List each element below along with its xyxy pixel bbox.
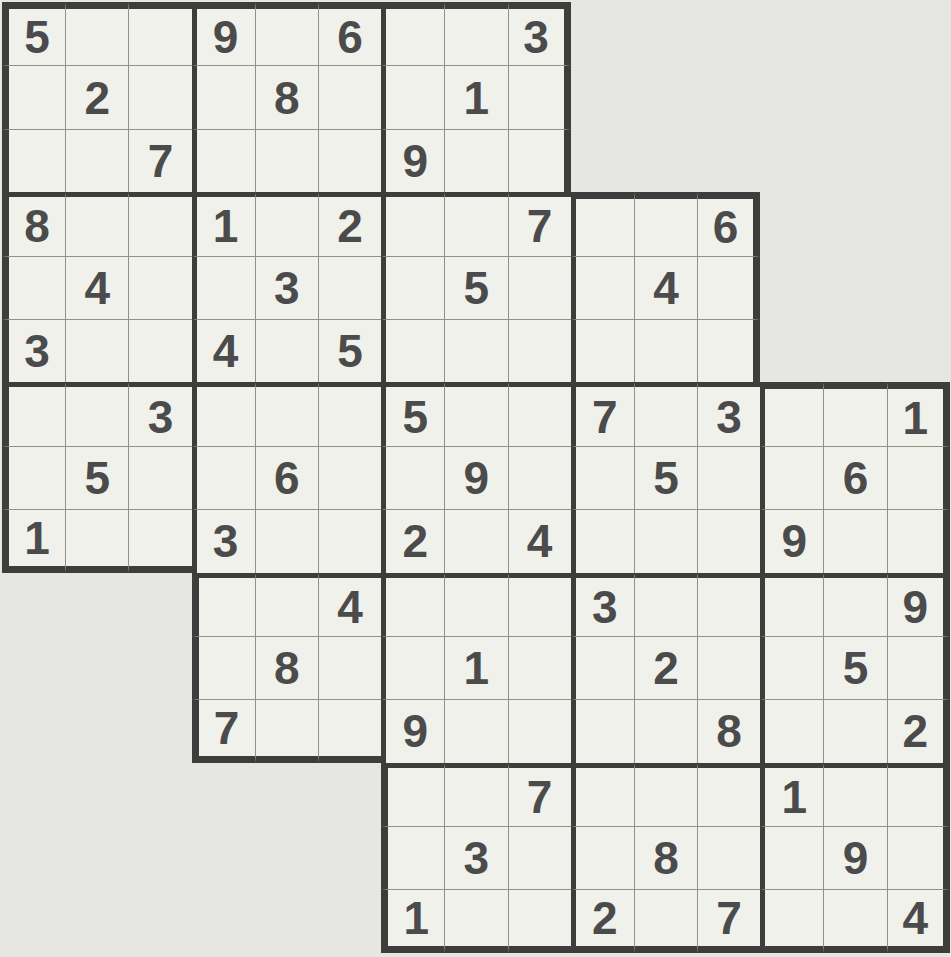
cell-r3c7[interactable] [444, 192, 507, 255]
cell-r0c2[interactable] [128, 2, 191, 65]
cell-r3c9[interactable] [571, 192, 634, 255]
cell-r0c5: 6 [318, 2, 381, 65]
cell-r14c9: 2 [571, 889, 634, 952]
cell-r3c3: 1 [192, 192, 255, 255]
background-cell [65, 699, 128, 762]
cell-r5c11[interactable] [697, 319, 760, 382]
cell-r8c10[interactable] [634, 509, 697, 572]
cell-r7c5[interactable] [318, 446, 381, 509]
background-cell [128, 763, 191, 826]
cell-r12c10[interactable] [634, 763, 697, 826]
background-cell [634, 65, 697, 128]
cell-r4c0[interactable] [2, 256, 65, 319]
cell-r3c8: 7 [508, 192, 571, 255]
background-cell [634, 2, 697, 65]
cell-r9c11[interactable] [697, 573, 760, 636]
cell-r5c9[interactable] [571, 319, 634, 382]
cell-r14c14: 4 [887, 889, 950, 952]
background-cell [887, 192, 950, 255]
cell-r11c12[interactable] [760, 699, 823, 762]
background-cell [571, 129, 634, 192]
cell-r9c3[interactable] [192, 573, 255, 636]
background-cell [65, 763, 128, 826]
cell-r13c13: 9 [823, 826, 886, 889]
cell-r7c1: 5 [65, 446, 128, 509]
cell-r14c12[interactable] [760, 889, 823, 952]
background-cell [318, 763, 381, 826]
cell-r10c4: 8 [255, 636, 318, 699]
cell-r3c5: 2 [318, 192, 381, 255]
cell-r0c0: 5 [2, 2, 65, 65]
cell-r9c8[interactable] [508, 573, 571, 636]
cell-r4c11[interactable] [697, 256, 760, 319]
cell-r5c8[interactable] [508, 319, 571, 382]
cell-r10c12[interactable] [760, 636, 823, 699]
background-cell [760, 256, 823, 319]
background-cell [255, 826, 318, 889]
cell-r6c4[interactable] [255, 382, 318, 445]
cell-r6c6: 5 [381, 382, 444, 445]
cell-r7c12[interactable] [760, 446, 823, 509]
cell-r1c0[interactable] [2, 65, 65, 128]
cell-r7c6[interactable] [381, 446, 444, 509]
cell-r6c2: 3 [128, 382, 191, 445]
cell-r10c13: 5 [823, 636, 886, 699]
cell-r3c6[interactable] [381, 192, 444, 255]
cell-r5c2[interactable] [128, 319, 191, 382]
background-cell [887, 319, 950, 382]
cell-r7c10: 5 [634, 446, 697, 509]
cell-r13c7: 3 [444, 826, 507, 889]
cell-r7c11[interactable] [697, 446, 760, 509]
cell-r9c14: 9 [887, 573, 950, 636]
cell-r5c1[interactable] [65, 319, 128, 382]
cell-r6c14: 1 [887, 382, 950, 445]
background-cell [887, 129, 950, 192]
cell-r7c8[interactable] [508, 446, 571, 509]
cell-r11c7[interactable] [444, 699, 507, 762]
background-cell [128, 889, 191, 952]
cell-r4c3[interactable] [192, 256, 255, 319]
cell-r11c3: 7 [192, 699, 255, 762]
cell-r0c7[interactable] [444, 2, 507, 65]
cell-r8c6: 2 [381, 509, 444, 572]
background-cell [760, 129, 823, 192]
cell-r8c9[interactable] [571, 509, 634, 572]
cell-r9c4[interactable] [255, 573, 318, 636]
background-cell [571, 2, 634, 65]
cell-r10c10: 2 [634, 636, 697, 699]
cell-r12c8: 7 [508, 763, 571, 826]
cell-r13c14[interactable] [887, 826, 950, 889]
background-cell [2, 699, 65, 762]
cell-r9c12[interactable] [760, 573, 823, 636]
cell-r6c11: 3 [697, 382, 760, 445]
cell-r4c7: 5 [444, 256, 507, 319]
cell-r13c6[interactable] [381, 826, 444, 889]
background-cell [318, 826, 381, 889]
cell-r13c8[interactable] [508, 826, 571, 889]
cell-r13c11[interactable] [697, 826, 760, 889]
cell-r6c5[interactable] [318, 382, 381, 445]
background-cell [255, 889, 318, 952]
background-cell [760, 65, 823, 128]
cell-r11c14: 2 [887, 699, 950, 762]
cell-r6c1[interactable] [65, 382, 128, 445]
background-cell [65, 826, 128, 889]
cell-r3c0: 8 [2, 192, 65, 255]
cell-r10c9[interactable] [571, 636, 634, 699]
cell-r14c13[interactable] [823, 889, 886, 952]
background-cell [823, 129, 886, 192]
cell-r9c13[interactable] [823, 573, 886, 636]
cell-r0c1[interactable] [65, 2, 128, 65]
cell-r2c6: 9 [381, 129, 444, 192]
cell-r9c9: 3 [571, 573, 634, 636]
cell-r12c14[interactable] [887, 763, 950, 826]
cell-r7c2[interactable] [128, 446, 191, 509]
cell-r1c7: 1 [444, 65, 507, 128]
sudoku-board: 5963281798127643543453573156956132494398… [2, 2, 950, 953]
cell-r8c13[interactable] [823, 509, 886, 572]
cell-r8c8: 4 [508, 509, 571, 572]
cell-r8c0: 1 [2, 509, 65, 572]
background-cell [760, 192, 823, 255]
cell-r5c5: 5 [318, 319, 381, 382]
cell-r2c8[interactable] [508, 129, 571, 192]
cell-r4c10: 4 [634, 256, 697, 319]
cell-r6c7[interactable] [444, 382, 507, 445]
cell-r7c14[interactable] [887, 446, 950, 509]
cell-r14c8[interactable] [508, 889, 571, 952]
cell-r7c0[interactable] [2, 446, 65, 509]
cell-r1c4: 8 [255, 65, 318, 128]
background-cell [823, 192, 886, 255]
cell-r1c1: 2 [65, 65, 128, 128]
cell-r3c1[interactable] [65, 192, 128, 255]
cell-r9c5: 4 [318, 573, 381, 636]
cell-r8c12: 9 [760, 509, 823, 572]
cell-r1c2[interactable] [128, 65, 191, 128]
cell-r4c5[interactable] [318, 256, 381, 319]
cell-r2c1[interactable] [65, 129, 128, 192]
cell-r8c7[interactable] [444, 509, 507, 572]
background-cell [887, 2, 950, 65]
cell-r7c9[interactable] [571, 446, 634, 509]
background-cell [192, 889, 255, 952]
cell-r14c11: 7 [697, 889, 760, 952]
cell-r4c1: 4 [65, 256, 128, 319]
cell-r10c6[interactable] [381, 636, 444, 699]
background-cell [2, 573, 65, 636]
background-cell [2, 826, 65, 889]
background-cell [697, 65, 760, 128]
background-cell [192, 763, 255, 826]
cell-r11c13[interactable] [823, 699, 886, 762]
cell-r8c3: 3 [192, 509, 255, 572]
cell-r8c14[interactable] [887, 509, 950, 572]
cell-r10c14[interactable] [887, 636, 950, 699]
cell-r6c9: 7 [571, 382, 634, 445]
cell-r11c5[interactable] [318, 699, 381, 762]
cell-r2c3[interactable] [192, 129, 255, 192]
background-cell [823, 256, 886, 319]
background-cell [2, 763, 65, 826]
cell-r2c5[interactable] [318, 129, 381, 192]
cell-r14c10[interactable] [634, 889, 697, 952]
cell-r2c4[interactable] [255, 129, 318, 192]
background-cell [128, 826, 191, 889]
cell-r0c6[interactable] [381, 2, 444, 65]
cell-r4c9[interactable] [571, 256, 634, 319]
cell-r1c3[interactable] [192, 65, 255, 128]
cell-r12c9[interactable] [571, 763, 634, 826]
background-cell [128, 699, 191, 762]
cell-r4c6[interactable] [381, 256, 444, 319]
cell-r10c5[interactable] [318, 636, 381, 699]
background-cell [128, 636, 191, 699]
background-cell [255, 763, 318, 826]
cell-r6c3[interactable] [192, 382, 255, 445]
cell-r7c4: 6 [255, 446, 318, 509]
cell-r10c3[interactable] [192, 636, 255, 699]
cell-r13c10: 8 [634, 826, 697, 889]
cell-r4c2[interactable] [128, 256, 191, 319]
cell-r5c4[interactable] [255, 319, 318, 382]
background-cell [318, 889, 381, 952]
cell-r3c2[interactable] [128, 192, 191, 255]
background-cell [128, 573, 191, 636]
cell-r13c9[interactable] [571, 826, 634, 889]
cell-r4c4: 3 [255, 256, 318, 319]
cell-r6c0[interactable] [2, 382, 65, 445]
cell-r8c1[interactable] [65, 509, 128, 572]
background-cell [65, 889, 128, 952]
cell-r4c8[interactable] [508, 256, 571, 319]
cell-r6c10[interactable] [634, 382, 697, 445]
cell-r12c11[interactable] [697, 763, 760, 826]
cell-r0c3: 9 [192, 2, 255, 65]
cell-r5c6[interactable] [381, 319, 444, 382]
cell-r12c7[interactable] [444, 763, 507, 826]
cell-r8c2[interactable] [128, 509, 191, 572]
cell-r2c2: 7 [128, 129, 191, 192]
cell-r0c4[interactable] [255, 2, 318, 65]
background-cell [634, 129, 697, 192]
cell-r6c13[interactable] [823, 382, 886, 445]
cell-r11c4[interactable] [255, 699, 318, 762]
cell-r5c0: 3 [2, 319, 65, 382]
cell-r10c7: 1 [444, 636, 507, 699]
background-cell [760, 319, 823, 382]
scanned-puzzle-page: 5963281798127643543453573156956132494398… [0, 0, 951, 957]
background-cell [2, 889, 65, 952]
background-cell [823, 2, 886, 65]
cell-r6c8[interactable] [508, 382, 571, 445]
cell-r7c7: 9 [444, 446, 507, 509]
cell-r10c8[interactable] [508, 636, 571, 699]
cell-r3c4[interactable] [255, 192, 318, 255]
cell-r14c7[interactable] [444, 889, 507, 952]
cell-r1c8[interactable] [508, 65, 571, 128]
background-cell [887, 256, 950, 319]
cell-r12c13[interactable] [823, 763, 886, 826]
cell-r7c13: 6 [823, 446, 886, 509]
cell-r1c5[interactable] [318, 65, 381, 128]
cell-r11c9[interactable] [571, 699, 634, 762]
cell-r11c8[interactable] [508, 699, 571, 762]
cell-r5c10[interactable] [634, 319, 697, 382]
cell-r9c7[interactable] [444, 573, 507, 636]
cell-r11c6: 9 [381, 699, 444, 762]
cell-r5c3: 4 [192, 319, 255, 382]
cell-r13c12[interactable] [760, 826, 823, 889]
background-cell [571, 65, 634, 128]
cell-r2c0[interactable] [2, 129, 65, 192]
cell-r11c10[interactable] [634, 699, 697, 762]
cell-r6c12[interactable] [760, 382, 823, 445]
cell-r8c4[interactable] [255, 509, 318, 572]
cell-r8c11[interactable] [697, 509, 760, 572]
cell-r1c6[interactable] [381, 65, 444, 128]
cell-r3c10[interactable] [634, 192, 697, 255]
background-cell [697, 129, 760, 192]
background-cell [760, 2, 823, 65]
cell-r7c3[interactable] [192, 446, 255, 509]
background-cell [823, 65, 886, 128]
cell-r3c11: 6 [697, 192, 760, 255]
background-cell [823, 319, 886, 382]
background-cell [697, 2, 760, 65]
cell-r9c10[interactable] [634, 573, 697, 636]
background-cell [65, 573, 128, 636]
cell-r12c12: 1 [760, 763, 823, 826]
background-cell [192, 826, 255, 889]
cell-r11c11: 8 [697, 699, 760, 762]
cell-r9c6[interactable] [381, 573, 444, 636]
cell-r10c11[interactable] [697, 636, 760, 699]
cell-r12c6[interactable] [381, 763, 444, 826]
cell-r8c5[interactable] [318, 509, 381, 572]
background-cell [887, 65, 950, 128]
cell-r2c7[interactable] [444, 129, 507, 192]
cell-r14c6: 1 [381, 889, 444, 952]
cell-r5c7[interactable] [444, 319, 507, 382]
background-cell [65, 636, 128, 699]
background-cell [2, 636, 65, 699]
cell-r0c8: 3 [508, 2, 571, 65]
